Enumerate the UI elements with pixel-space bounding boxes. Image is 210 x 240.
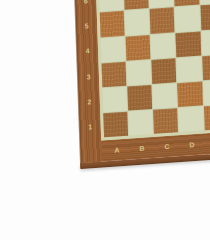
- square-c3: [152, 58, 177, 84]
- square-c4: [151, 33, 176, 59]
- square-a2: [102, 86, 127, 112]
- square-e3: [202, 54, 210, 80]
- square-d5: [175, 6, 200, 32]
- square-b5: [125, 9, 150, 35]
- square-d2: [178, 81, 203, 107]
- square-a3: [102, 61, 127, 87]
- square-d4: [176, 31, 201, 57]
- square-b6: [124, 0, 149, 10]
- square-b4: [126, 34, 151, 60]
- square-c2: [153, 83, 178, 109]
- square-e6: [199, 0, 210, 5]
- square-c5: [150, 8, 175, 34]
- product-photo: 87654321 ABCDEFGH: [0, 0, 210, 240]
- square-a6: [99, 0, 124, 12]
- square-a1: [103, 112, 128, 138]
- square-c1: [153, 108, 178, 134]
- file-label-a: A: [104, 139, 130, 162]
- play-area: [94, 0, 210, 141]
- file-label-e: E: [204, 132, 210, 155]
- square-d1: [178, 106, 203, 132]
- square-e5: [200, 4, 210, 30]
- squares-grid: [97, 0, 210, 137]
- square-b1: [128, 110, 153, 136]
- square-e4: [201, 29, 210, 55]
- file-label-c: C: [154, 135, 180, 158]
- square-b3: [127, 60, 152, 86]
- square-e1: [204, 105, 210, 131]
- square-a5: [100, 11, 125, 37]
- square-e2: [203, 79, 210, 105]
- file-label-b: B: [129, 137, 155, 160]
- chess-board: 87654321 ABCDEFGH: [72, 0, 210, 163]
- square-d3: [177, 56, 202, 82]
- file-label-d: D: [179, 133, 205, 156]
- square-b2: [127, 85, 152, 111]
- square-a4: [101, 36, 126, 62]
